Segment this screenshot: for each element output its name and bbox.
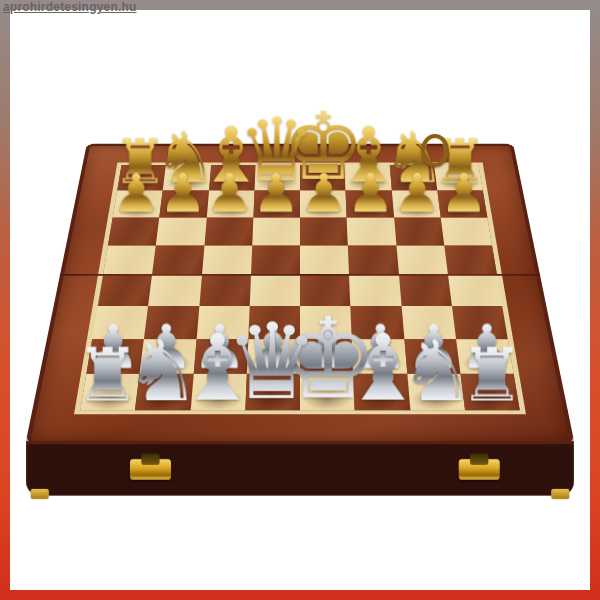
product-photo: ♜♞♝♛♚♝♞♜♟♟♟♟♟♟♟♟♟♟♟♟♟♟♟♟♜♞♝♛♚♝♞♜ (10, 10, 590, 590)
square-e6 (300, 217, 348, 245)
brass-latch-left (130, 459, 171, 480)
piece-white-silver-knight: ♞ (400, 331, 476, 412)
brass-foot-right (551, 489, 569, 499)
square-b1: ♞ (135, 374, 193, 411)
square-e7: ♟ (300, 191, 347, 218)
square-a4 (98, 275, 152, 306)
brass-latch-right (459, 459, 500, 480)
square-d1: ♛ (245, 374, 300, 411)
square-b7: ♟ (160, 191, 209, 218)
square-f7: ♟ (346, 191, 394, 218)
square-e5 (300, 245, 349, 275)
square-g5 (396, 245, 448, 275)
brass-foot-left (31, 489, 49, 499)
square-d6 (252, 217, 300, 245)
square-b5 (152, 245, 204, 275)
piece-white-silver-knight: ♞ (124, 331, 200, 412)
square-a6 (108, 217, 160, 245)
square-b6 (156, 217, 206, 245)
piece-black-gold-pawn: ♟ (159, 168, 207, 219)
square-f6 (347, 217, 396, 245)
square-h5 (444, 245, 497, 275)
square-h6 (440, 217, 492, 245)
piece-white-silver-queen: ♛ (225, 312, 319, 412)
square-g6 (394, 217, 444, 245)
chess-board: ♜♞♝♛♚♝♞♜♟♟♟♟♟♟♟♟♟♟♟♟♟♟♟♟♜♞♝♛♚♝♞♜ (25, 144, 574, 444)
piece-black-gold-pawn: ♟ (346, 168, 394, 219)
piece-black-gold-pawn: ♟ (440, 168, 488, 219)
square-g7: ♟ (391, 191, 440, 218)
square-c6 (204, 217, 253, 245)
square-a7: ♟ (113, 191, 163, 218)
square-g1: ♞ (407, 374, 465, 411)
square-f5 (348, 245, 398, 275)
brass-hinge-ring-icon (421, 134, 449, 167)
square-c7: ♟ (206, 191, 254, 218)
piece-black-gold-pawn: ♟ (300, 168, 348, 219)
square-d7: ♟ (253, 191, 300, 218)
square-c5 (202, 245, 252, 275)
box-front-panel (26, 441, 574, 496)
board-squares: ♜♞♝♛♚♝♞♜♟♟♟♟♟♟♟♟♟♟♟♟♟♟♟♟♜♞♝♛♚♝♞♜ (74, 163, 526, 415)
square-d5 (251, 245, 300, 275)
watermark-text: aprohirdetesingyen.hu (3, 0, 137, 14)
square-a5 (103, 245, 156, 275)
piece-black-gold-pawn: ♟ (206, 168, 254, 219)
fold-seam (60, 274, 541, 276)
piece-black-gold-pawn: ♟ (393, 168, 441, 219)
chess-scene: ♜♞♝♛♚♝♞♜♟♟♟♟♟♟♟♟♟♟♟♟♟♟♟♟♜♞♝♛♚♝♞♜ (60, 35, 540, 515)
square-b4 (148, 275, 201, 306)
gradient-border-frame: ♜♞♝♛♚♝♞♜♟♟♟♟♟♟♟♟♟♟♟♟♟♟♟♟♜♞♝♛♚♝♞♜ aprohir… (0, 0, 600, 600)
piece-black-gold-pawn: ♟ (112, 168, 160, 219)
square-h4 (448, 275, 502, 306)
square-h7: ♟ (437, 191, 487, 218)
square-g4 (399, 275, 452, 306)
piece-black-gold-pawn: ♟ (253, 168, 301, 219)
